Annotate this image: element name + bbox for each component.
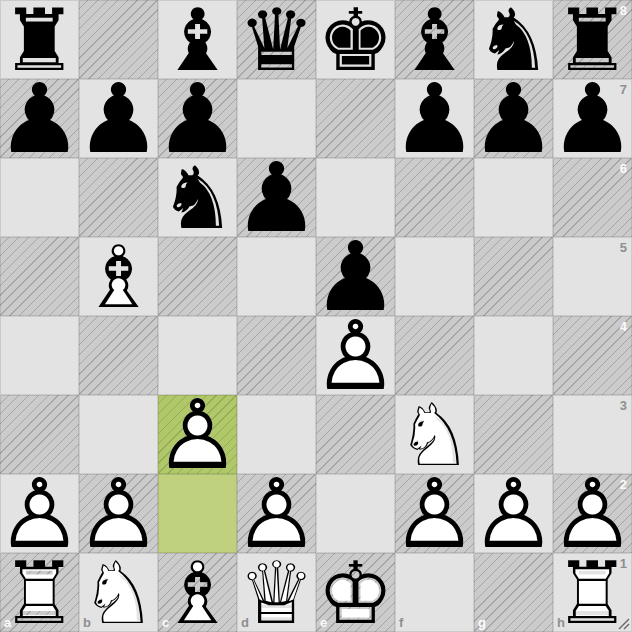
square-a6[interactable] — [0, 158, 79, 237]
rank-label-6: 6 — [620, 161, 627, 176]
square-e4[interactable]: ♟♙ — [316, 316, 395, 395]
white-pawn[interactable]: ♟♙ — [316, 316, 395, 395]
square-h4[interactable]: 4 — [553, 316, 632, 395]
square-c5[interactable] — [158, 237, 237, 316]
square-f6[interactable] — [395, 158, 474, 237]
square-c1[interactable]: ♝♗c — [158, 553, 237, 632]
square-e8[interactable]: ♚ — [316, 0, 395, 79]
white-knight[interactable]: ♞♘ — [79, 553, 158, 632]
white-piece-outline: ♙ — [0, 474, 79, 553]
white-piece-outline: ♗ — [79, 237, 158, 316]
black-queen[interactable]: ♛ — [237, 0, 316, 79]
square-b7[interactable]: ♟ — [79, 79, 158, 158]
white-pawn[interactable]: ♟♙ — [474, 474, 553, 553]
square-b5[interactable]: ♝♗ — [79, 237, 158, 316]
white-piece-outline: ♙ — [316, 316, 395, 395]
rank-label-5: 5 — [620, 240, 627, 255]
square-d2[interactable]: ♟♙ — [237, 474, 316, 553]
square-g4[interactable] — [474, 316, 553, 395]
white-pawn[interactable]: ♟♙ — [395, 474, 474, 553]
black-piece-glyph: ♟ — [395, 79, 474, 158]
black-piece-glyph: ♟ — [0, 79, 79, 158]
square-b1[interactable]: ♞♘b — [79, 553, 158, 632]
square-a1[interactable]: ♜♖a — [0, 553, 79, 632]
square-c2[interactable] — [158, 474, 237, 553]
square-g1[interactable]: g — [474, 553, 553, 632]
chess-board: ♜♝♛♚♝♞♜8♟♟♟♟♟♟7♞♟6♝♗♟5♟♙4♟♙♞♘3♟♙♟♙♟♙♟♙♟♙… — [0, 0, 632, 632]
rank-label-3: 3 — [620, 398, 627, 413]
square-e1[interactable]: ♚♔e — [316, 553, 395, 632]
square-f5[interactable] — [395, 237, 474, 316]
black-knight[interactable]: ♞ — [158, 158, 237, 237]
black-piece-glyph: ♞ — [158, 158, 237, 237]
white-pawn[interactable]: ♟♙ — [237, 474, 316, 553]
square-f1[interactable]: f — [395, 553, 474, 632]
square-h6[interactable]: 6 — [553, 158, 632, 237]
square-g2[interactable]: ♟♙ — [474, 474, 553, 553]
white-pawn[interactable]: ♟♙ — [79, 474, 158, 553]
black-piece-glyph: ♛ — [237, 0, 316, 79]
white-pawn[interactable]: ♟♙ — [158, 395, 237, 474]
square-h2[interactable]: ♟♙2 — [553, 474, 632, 553]
square-c6[interactable]: ♞ — [158, 158, 237, 237]
file-label-f: f — [399, 615, 403, 630]
square-d5[interactable] — [237, 237, 316, 316]
black-pawn[interactable]: ♟ — [79, 79, 158, 158]
white-piece-outline: ♙ — [474, 474, 553, 553]
square-b4[interactable] — [79, 316, 158, 395]
square-d6[interactable]: ♟ — [237, 158, 316, 237]
square-e3[interactable] — [316, 395, 395, 474]
white-piece-outline: ♘ — [79, 553, 158, 632]
square-g6[interactable] — [474, 158, 553, 237]
black-king[interactable]: ♚ — [316, 0, 395, 79]
black-piece-glyph: ♟ — [158, 79, 237, 158]
white-pawn[interactable]: ♟♙ — [553, 474, 632, 553]
white-bishop[interactable]: ♝♗ — [79, 237, 158, 316]
square-b2[interactable]: ♟♙ — [79, 474, 158, 553]
black-pawn[interactable]: ♟ — [553, 79, 632, 158]
square-h1[interactable]: ♜♖1h — [553, 553, 632, 632]
square-g5[interactable] — [474, 237, 553, 316]
square-f2[interactable]: ♟♙ — [395, 474, 474, 553]
black-piece-glyph: ♟ — [79, 79, 158, 158]
square-d1[interactable]: ♛♕d — [237, 553, 316, 632]
white-queen[interactable]: ♛♕ — [237, 553, 316, 632]
white-rook[interactable]: ♜♖ — [0, 553, 79, 632]
rank-label-4: 4 — [620, 319, 627, 334]
white-bishop[interactable]: ♝♗ — [158, 553, 237, 632]
white-piece-outline: ♗ — [158, 553, 237, 632]
file-label-g: g — [478, 615, 486, 630]
black-pawn[interactable]: ♟ — [158, 79, 237, 158]
square-e7[interactable] — [316, 79, 395, 158]
white-piece-outline: ♙ — [237, 474, 316, 553]
square-e2[interactable] — [316, 474, 395, 553]
board-resize-handle-icon[interactable] — [618, 618, 630, 630]
black-piece-glyph: ♟ — [474, 79, 553, 158]
square-c7[interactable]: ♟ — [158, 79, 237, 158]
square-h7[interactable]: ♟7 — [553, 79, 632, 158]
black-piece-glyph: ♚ — [316, 0, 395, 79]
square-a5[interactable] — [0, 237, 79, 316]
white-pawn[interactable]: ♟♙ — [0, 474, 79, 553]
white-piece-outline: ♔ — [316, 553, 395, 632]
white-piece-outline: ♙ — [553, 474, 632, 553]
square-h5[interactable]: 5 — [553, 237, 632, 316]
square-c3[interactable]: ♟♙ — [158, 395, 237, 474]
square-d4[interactable] — [237, 316, 316, 395]
black-pawn[interactable]: ♟ — [237, 158, 316, 237]
square-a4[interactable] — [0, 316, 79, 395]
white-piece-outline: ♖ — [0, 553, 79, 632]
square-d8[interactable]: ♛ — [237, 0, 316, 79]
square-a7[interactable]: ♟ — [0, 79, 79, 158]
square-b6[interactable] — [79, 158, 158, 237]
square-f7[interactable]: ♟ — [395, 79, 474, 158]
white-piece-outline: ♙ — [395, 474, 474, 553]
black-pawn[interactable]: ♟ — [0, 79, 79, 158]
square-a2[interactable]: ♟♙ — [0, 474, 79, 553]
square-g7[interactable]: ♟ — [474, 79, 553, 158]
black-piece-glyph: ♟ — [553, 79, 632, 158]
black-piece-glyph: ♟ — [237, 158, 316, 237]
square-f4[interactable] — [395, 316, 474, 395]
black-pawn[interactable]: ♟ — [474, 79, 553, 158]
white-piece-outline: ♙ — [79, 474, 158, 553]
white-piece-outline: ♙ — [158, 395, 237, 474]
black-pawn[interactable]: ♟ — [395, 79, 474, 158]
white-king[interactable]: ♚♔ — [316, 553, 395, 632]
white-piece-outline: ♕ — [237, 553, 316, 632]
